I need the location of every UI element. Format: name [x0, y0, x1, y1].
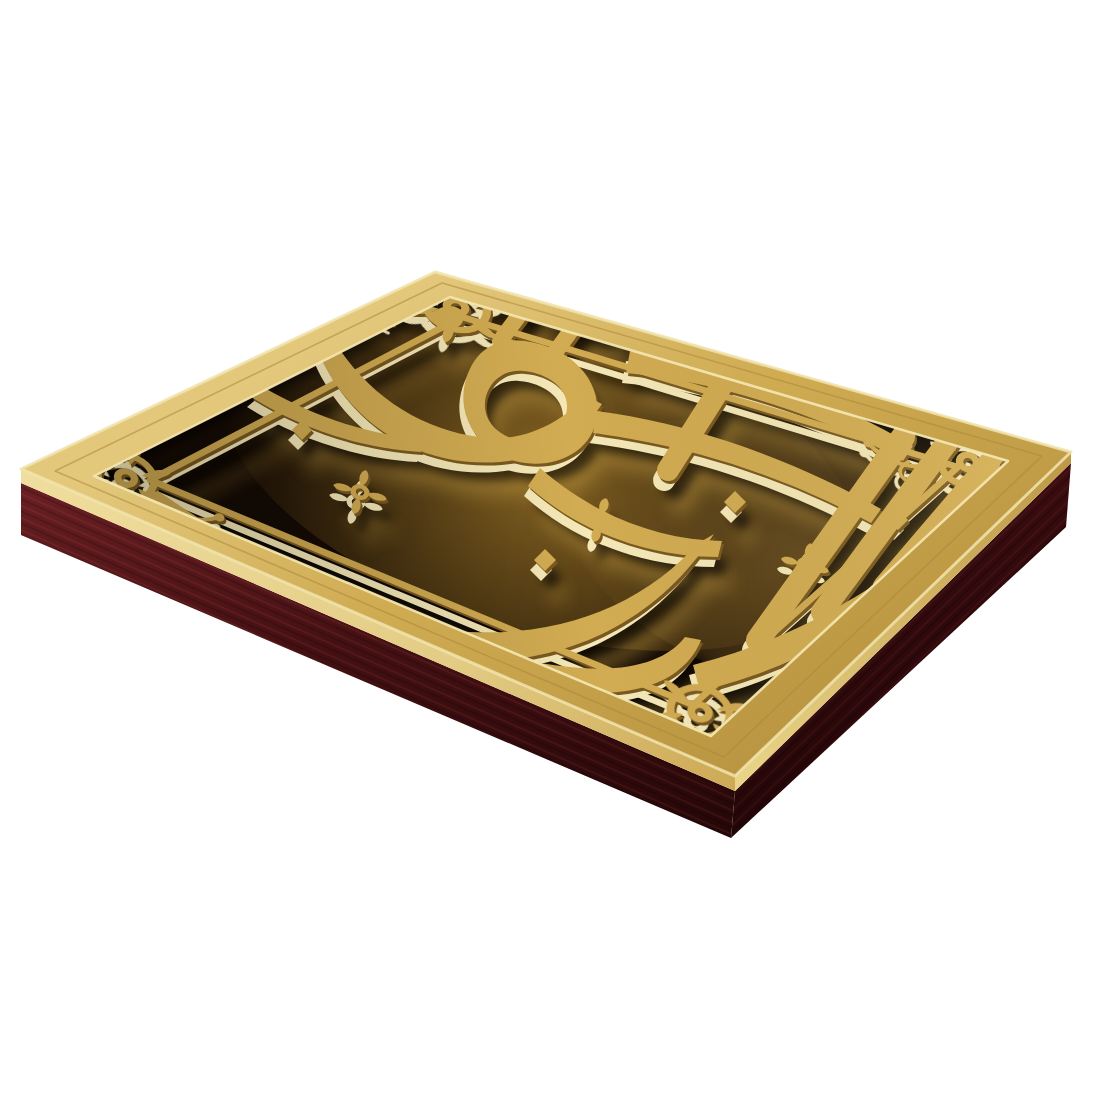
photo-stage: Rectangular wall-art panel photographed …: [0, 0, 1100, 1100]
calligraphy-panel-photo: [0, 0, 1100, 1100]
